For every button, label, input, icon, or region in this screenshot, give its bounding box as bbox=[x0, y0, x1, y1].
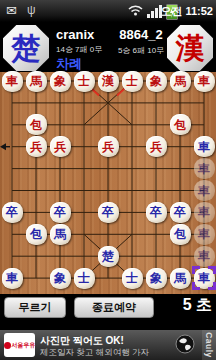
piece-blue-卒[interactable]: 卒 bbox=[146, 202, 167, 223]
piece-red-兵[interactable]: 兵 bbox=[26, 136, 47, 157]
player-record: 14승 7패 0무 bbox=[56, 44, 102, 55]
piece-red-馬[interactable]: 馬 bbox=[170, 71, 191, 92]
piece-blue-馬[interactable]: 馬 bbox=[50, 224, 71, 245]
piece-red-馬[interactable]: 馬 bbox=[26, 71, 47, 92]
player-name: cranix bbox=[56, 27, 94, 42]
ad-network-label: Cauly bbox=[202, 330, 216, 360]
piece-blue-士[interactable]: 士 bbox=[122, 268, 143, 289]
move-source-marker bbox=[192, 266, 200, 274]
piece-blue-卒[interactable]: 卒 bbox=[2, 202, 23, 223]
ghost-piece-blue-車: 車 bbox=[194, 180, 215, 201]
piece-red-象[interactable]: 象 bbox=[146, 71, 167, 92]
piece-red-兵[interactable]: 兵 bbox=[98, 136, 119, 157]
wifi-icon bbox=[128, 5, 143, 16]
ghost-piece-blue-車: 車 bbox=[194, 158, 215, 179]
status-bar: ✉ ψ 오전 11:52 bbox=[0, 0, 216, 23]
piece-blue-象[interactable]: 象 bbox=[50, 268, 71, 289]
game-header: 楚 cranix 14승 7패 0무 차례 8864_2 5승 6패 10무 漢 bbox=[0, 22, 216, 72]
move-source-marker bbox=[192, 282, 200, 290]
advertiser-logo: 서울우유 bbox=[4, 333, 35, 357]
ghost-piece-blue-車: 車 bbox=[194, 224, 215, 245]
ghost-piece-blue-車: 車 bbox=[194, 246, 215, 267]
piece-blue-卒[interactable]: 卒 bbox=[98, 202, 119, 223]
piece-blue-包[interactable]: 包 bbox=[26, 224, 47, 245]
janggi-board[interactable]: 車馬象士漢士象馬車包包兵兵兵兵車卒卒卒卒卒包馬包楚車象士士象馬車車車車車車 bbox=[0, 72, 216, 294]
piece-red-車[interactable]: 車 bbox=[2, 71, 23, 92]
piece-blue-楚[interactable]: 楚 bbox=[98, 246, 119, 267]
cho-general-piece-icon: 楚 bbox=[3, 25, 49, 71]
mail-icon: ✉ bbox=[6, 3, 17, 18]
piece-blue-士[interactable]: 士 bbox=[74, 268, 95, 289]
piece-red-車[interactable]: 車 bbox=[194, 71, 215, 92]
ad-subline: 제조일자 찾고 해외여행 가자 bbox=[40, 347, 149, 359]
app-screen: ✉ ψ 오전 11:52 楚 cranix 14승 7패 0무 차례 8864_… bbox=[0, 0, 216, 360]
piece-red-士[interactable]: 士 bbox=[122, 71, 143, 92]
reserve-end-button[interactable]: 종료예약 bbox=[74, 297, 154, 318]
piece-red-兵[interactable]: 兵 bbox=[146, 136, 167, 157]
piece-blue-象[interactable]: 象 bbox=[146, 268, 167, 289]
piece-red-漢[interactable]: 漢 bbox=[98, 71, 119, 92]
piece-blue-包[interactable]: 包 bbox=[170, 224, 191, 245]
han-general-piece-icon: 漢 bbox=[167, 25, 213, 71]
control-bar: 무르기 종료예약 5 초 bbox=[0, 294, 216, 330]
piece-blue-卒[interactable]: 卒 bbox=[50, 202, 71, 223]
piece-red-士[interactable]: 士 bbox=[74, 71, 95, 92]
countdown-timer: 5 초 bbox=[183, 295, 212, 316]
opponent-record: 5승 6패 10무 bbox=[108, 45, 174, 56]
piece-red-包[interactable]: 包 bbox=[170, 114, 191, 135]
move-source-marker bbox=[208, 266, 216, 274]
ad-headline: 사진만 찍어도 OK! bbox=[40, 334, 124, 348]
usb-icon: ψ bbox=[27, 3, 36, 17]
clock: 오전 11:52 bbox=[160, 4, 213, 19]
ad-banner[interactable]: 서울우유 사진만 찍어도 OK! 제조일자 찾고 해외여행 가자 Cauly bbox=[0, 330, 216, 360]
piece-blue-車[interactable]: 車 bbox=[2, 268, 23, 289]
ghost-piece-blue-車: 車 bbox=[194, 202, 215, 223]
globe-icon bbox=[175, 334, 195, 354]
piece-red-兵[interactable]: 兵 bbox=[50, 136, 71, 157]
piece-blue-卒[interactable]: 卒 bbox=[170, 202, 191, 223]
piece-red-象[interactable]: 象 bbox=[50, 71, 71, 92]
piece-red-包[interactable]: 包 bbox=[26, 114, 47, 135]
undo-button[interactable]: 무르기 bbox=[4, 297, 66, 318]
piece-blue-車[interactable]: 車 bbox=[194, 136, 215, 157]
seoul-milk-logo-mark bbox=[4, 342, 11, 349]
advertiser-logo-text: 서울우유 bbox=[12, 341, 36, 350]
move-source-marker bbox=[208, 282, 216, 290]
piece-blue-馬[interactable]: 馬 bbox=[170, 268, 191, 289]
opponent-name: 8864_2 bbox=[112, 27, 170, 42]
